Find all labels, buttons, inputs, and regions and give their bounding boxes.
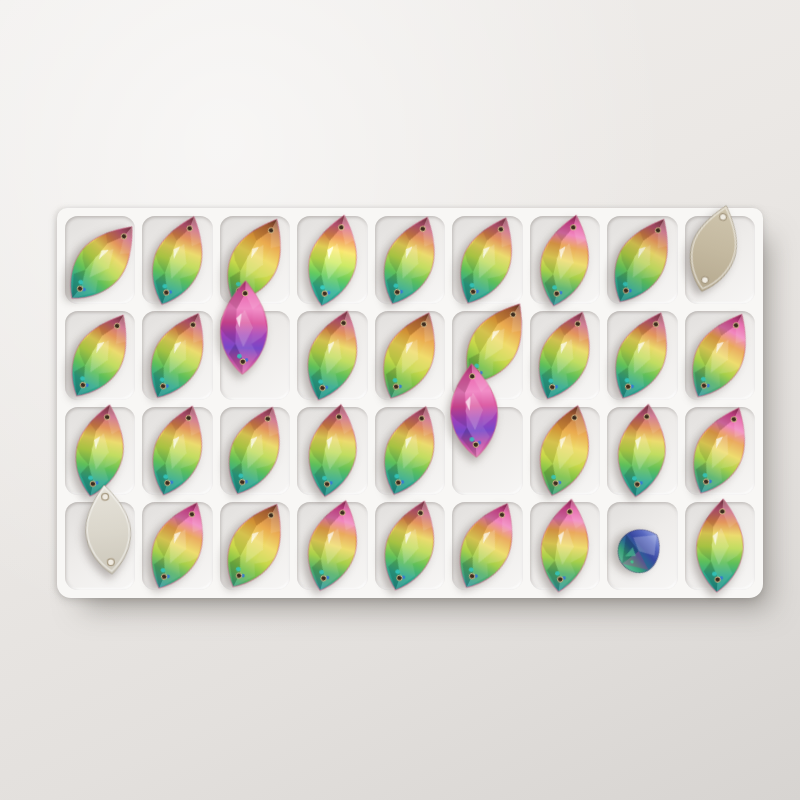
tray-compartment (220, 502, 290, 590)
tray-compartment (530, 311, 600, 399)
rhinestone-tilted-backside (602, 512, 678, 588)
tray-compartment (452, 407, 522, 495)
tray-compartment (65, 502, 135, 590)
tray-compartment (607, 502, 677, 590)
rhinestone-rainbow-navette (298, 398, 368, 503)
rhinestone-rainbow-navette (368, 396, 452, 506)
rhinestone-rainbow-navette (137, 396, 218, 505)
tray-compartment (375, 502, 445, 590)
rhinestone-rainbow-navette (212, 396, 298, 506)
tray-compartment (297, 216, 367, 304)
tray-compartment (220, 311, 290, 399)
tray-compartment (685, 311, 755, 399)
rhinestone-rainbow-navette (132, 300, 223, 411)
rhinestone-rainbow-navette (443, 205, 532, 316)
tray-compartment (142, 216, 212, 304)
rhinestone-rainbow-navette (675, 395, 764, 506)
rhinestone-rainbow-navette (442, 490, 533, 601)
rhinestone-rainbow-navette (526, 397, 605, 505)
rhinestone-rainbow-navette (53, 300, 148, 411)
rhinestone-rainbow-navette (369, 491, 450, 600)
rhinestone-rainbow-navette (367, 205, 453, 315)
tray-compartment (375, 216, 445, 304)
tray-compartment (142, 311, 212, 399)
tray-compartment (607, 407, 677, 495)
tray-compartment (297, 311, 367, 399)
rhinestone-pink-navette (215, 275, 273, 380)
rhinestone-rainbow-navette (598, 300, 687, 411)
rhinestone-rainbow-navette (208, 490, 301, 601)
rhinestone-flatback-reverse (672, 195, 755, 301)
tray-compartment (375, 311, 445, 399)
tray-compartment (142, 407, 212, 495)
rhinestone-rainbow-navette (133, 491, 222, 602)
tray-compartment (375, 407, 445, 495)
rhinestone-flatback-reverse (75, 481, 141, 579)
rhinestone-rainbow-navette (293, 492, 372, 600)
rhinestone-rainbow-navette (136, 205, 220, 315)
rhinestone-rainbow-navette (527, 207, 603, 314)
rhinestone-rainbow-navette (366, 300, 455, 411)
tray-compartment (297, 502, 367, 590)
tray-compartment (452, 216, 522, 304)
tray-bottom-bump (530, 593, 600, 606)
tray-compartment (607, 216, 677, 304)
rhinestone-rainbow-navette (295, 207, 371, 314)
rhinestone-rainbow-navette (292, 301, 373, 410)
tray-compartment (452, 502, 522, 590)
rhinestone-rainbow-navette (689, 496, 750, 597)
tray-bottom-bump (607, 593, 677, 606)
photo-scene (0, 0, 800, 800)
rhinestone-rainbow-navette (609, 399, 676, 503)
tray-compartment (530, 216, 600, 304)
tray-compartment (65, 311, 135, 399)
rhinestone-pink-navette (445, 358, 504, 464)
rhinestone-rainbow-navette (673, 300, 766, 411)
tray-bottom-bump (65, 593, 135, 606)
tray-compartment (530, 407, 600, 495)
tray-compartment (607, 311, 677, 399)
rhinestone-rainbow-navette (596, 205, 689, 316)
tray-bottom-bump (685, 593, 755, 606)
tray-compartment (297, 407, 367, 495)
storage-tray (57, 208, 763, 598)
rhinestone-rainbow-navette (531, 494, 598, 598)
tray-compartment (685, 216, 755, 304)
tray-compartment (142, 502, 212, 590)
tray-compartment (685, 502, 755, 590)
tray-compartment (530, 502, 600, 590)
tray-compartment (65, 216, 135, 304)
tray-compartment (220, 407, 290, 495)
tray-compartment (685, 407, 755, 495)
